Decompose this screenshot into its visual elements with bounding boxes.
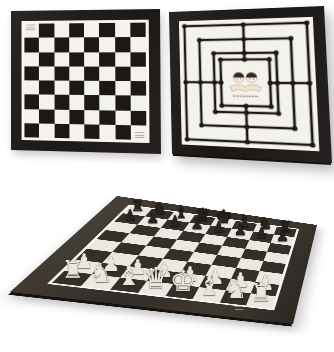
piece-white-queen-d1[interactable]: ♛ [143,264,169,293]
piece-black-pawn-g7[interactable]: ♟ [255,226,268,241]
product-photo: ♜♞♝♛♚♝♞♜♟♟♟♟♟♟♟♟♟♟♟♟♟♟♟♟♜♞♝♛♚♝♞♜ [0,0,334,352]
piece-white-knight-b1[interactable]: ♞ [89,261,112,287]
piece-black-pawn-a7[interactable]: ♟ [124,208,137,223]
piece-black-pawn-c7[interactable]: ♟ [169,214,182,229]
piece-black-pawn-d7[interactable]: ♟ [191,217,204,232]
chess-pieces-layer: ♜♞♝♛♚♝♞♜♟♟♟♟♟♟♟♟♟♟♟♟♟♟♟♟♜♞♝♛♚♝♞♜ [0,0,334,352]
piece-white-bishop-c1[interactable]: ♝ [117,263,141,289]
piece-white-rook-a1[interactable]: ♜ [62,258,84,283]
piece-white-king-e1[interactable]: ♚ [170,267,197,297]
piece-black-pawn-b7[interactable]: ♟ [146,211,159,226]
piece-white-knight-g1[interactable]: ♞ [224,277,247,303]
piece-white-rook-h1[interactable]: ♜ [250,281,272,306]
brand-mark [235,306,243,311]
piece-white-bishop-f1[interactable]: ♝ [198,273,222,299]
piece-black-pawn-e7[interactable]: ♟ [212,220,225,235]
piece-black-pawn-h7[interactable]: ♟ [276,229,289,244]
piece-black-pawn-f7[interactable]: ♟ [234,223,247,238]
